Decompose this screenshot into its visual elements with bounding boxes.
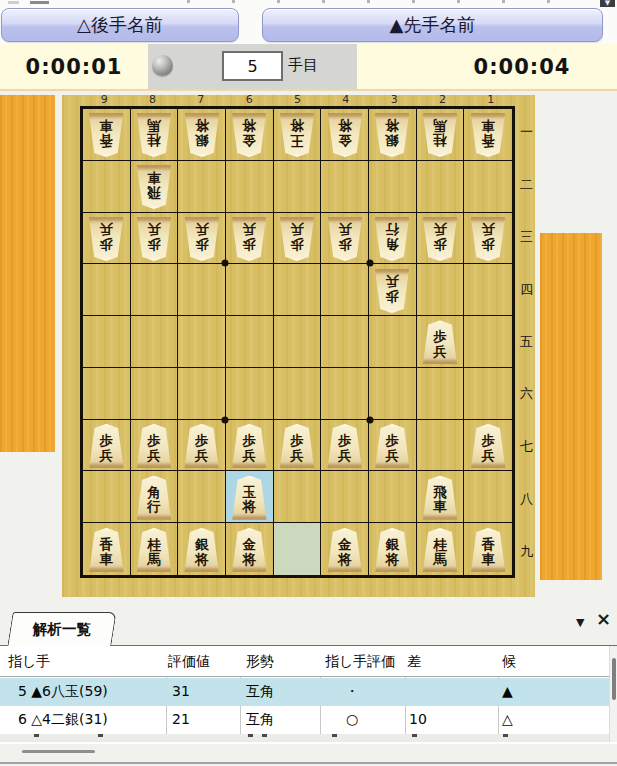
- piece-kanji: 歩兵: [290, 223, 304, 252]
- piece-kanji: 銀将: [386, 537, 400, 566]
- player-name-row: △後手名前 ▲先手名前: [0, 7, 617, 44]
- square-3一[interactable]: 銀将: [369, 109, 417, 161]
- square-9四[interactable]: [83, 264, 131, 316]
- sente-clock: 0:00:04: [357, 44, 617, 89]
- piece-gote-香車[interactable]: 香車: [469, 113, 507, 157]
- piece-kanji: 歩兵: [195, 223, 209, 252]
- piece-kanji: 歩兵: [433, 329, 447, 358]
- piece-kanji: 歩兵: [481, 433, 495, 462]
- square-9八[interactable]: [83, 471, 131, 523]
- square-4七[interactable]: 歩兵: [321, 420, 369, 472]
- file-label-6: 6: [225, 93, 273, 106]
- piece-kanji: 金将: [243, 537, 257, 566]
- piece-kanji: 銀将: [386, 119, 400, 148]
- square-5七[interactable]: 歩兵: [274, 420, 322, 472]
- piece-kanji: 歩兵: [147, 223, 161, 252]
- square-4三[interactable]: 歩兵: [321, 213, 369, 265]
- square-5五[interactable]: [274, 316, 322, 368]
- piece-kanji: 香車: [100, 119, 114, 148]
- square-3七[interactable]: 歩兵: [369, 420, 417, 472]
- piece-kanji: 飛車: [147, 171, 161, 200]
- piece-sente-歩兵[interactable]: 歩兵: [469, 424, 507, 468]
- tab-analysis-list[interactable]: 解析一覧: [7, 612, 116, 646]
- square-1九[interactable]: 香車: [464, 523, 512, 575]
- cell-eval: 31: [172, 683, 190, 699]
- piece-kanji: 金将: [243, 119, 257, 148]
- square-5一[interactable]: 王将: [274, 109, 322, 161]
- square-5九[interactable]: [274, 523, 322, 575]
- square-2九[interactable]: 桂馬: [417, 523, 465, 575]
- piece-sente-角行[interactable]: 角行: [135, 476, 173, 520]
- cell-move: 6 △4二銀(31): [18, 711, 108, 729]
- square-5二[interactable]: [274, 161, 322, 213]
- square-8九[interactable]: 桂馬: [131, 523, 179, 575]
- tab-label: 解析一覧: [33, 620, 91, 639]
- piece-sente-桂馬[interactable]: 桂馬: [421, 528, 459, 572]
- square-2八[interactable]: 飛車: [417, 471, 465, 523]
- move-number-input[interactable]: [222, 51, 283, 81]
- square-5四[interactable]: [274, 264, 322, 316]
- piece-kanji: 歩兵: [243, 433, 257, 462]
- close-panel-icon[interactable]: ×: [596, 609, 611, 629]
- star-point: [222, 260, 229, 267]
- rank-labels: 一二三四五六七八九: [518, 106, 535, 578]
- rank-label: 七: [518, 421, 535, 473]
- square-2二[interactable]: [417, 161, 465, 213]
- square-7一[interactable]: 銀将: [178, 109, 226, 161]
- file-labels: 987654321: [80, 93, 515, 106]
- cell-cand: ▲: [502, 683, 513, 699]
- file-label-9: 9: [80, 93, 128, 106]
- square-8六[interactable]: [131, 368, 179, 420]
- cell-move: 5 ▲6八玉(59): [18, 683, 108, 701]
- toolbar-button-edges: [145, 0, 590, 3]
- square-6六[interactable]: [226, 368, 274, 420]
- square-2六[interactable]: [417, 368, 465, 420]
- piece-kanji: 歩兵: [100, 223, 114, 252]
- piece-sente-歩兵[interactable]: 歩兵: [421, 320, 459, 364]
- toolbar-icon-fragment: [30, 1, 49, 4]
- square-8五[interactable]: [131, 316, 179, 368]
- toolbar-icon-fragment: [8, 1, 19, 4]
- piece-gote-歩兵[interactable]: 歩兵: [326, 217, 364, 261]
- piece-kanji: 桂馬: [147, 537, 161, 566]
- analysis-row[interactable]: 5 ▲6八玉(59)31互角・▲: [0, 678, 617, 706]
- square-6九[interactable]: 金将: [226, 523, 274, 575]
- cell-diff: 10: [409, 711, 427, 727]
- horizontal-scrollbar-thumb[interactable]: [22, 750, 95, 753]
- square-6二[interactable]: [226, 161, 274, 213]
- cell-move_eval: ・: [321, 683, 383, 701]
- piece-kanji: 銀将: [195, 119, 209, 148]
- piece-sente-歩兵[interactable]: 歩兵: [183, 424, 221, 468]
- shogi-app-window: ▼ △後手名前 ▲先手名前 0:00:01 手目 0:00:04 9876543…: [0, 0, 617, 766]
- square-9二[interactable]: [83, 161, 131, 213]
- file-label-2: 2: [418, 93, 466, 106]
- piece-kanji: 飛車: [433, 485, 447, 514]
- clipped-next-row: [0, 734, 609, 742]
- square-3五[interactable]: [369, 316, 417, 368]
- square-2三[interactable]: 歩兵: [417, 213, 465, 265]
- piece-gote-歩兵[interactable]: 歩兵: [183, 217, 221, 261]
- vertical-scrollbar-thumb[interactable]: [612, 658, 616, 700]
- square-6四[interactable]: [226, 264, 274, 316]
- square-7九[interactable]: 銀将: [178, 523, 226, 575]
- file-label-1: 1: [467, 93, 515, 106]
- piece-kanji: 歩兵: [433, 223, 447, 252]
- square-4九[interactable]: 金将: [321, 523, 369, 575]
- square-2五[interactable]: 歩兵: [417, 316, 465, 368]
- piece-sente-歩兵[interactable]: 歩兵: [278, 424, 316, 468]
- gote-captured-stand[interactable]: [0, 95, 55, 452]
- piece-sente-香車[interactable]: 香車: [469, 528, 507, 572]
- piece-kanji: 角行: [386, 223, 400, 252]
- vertical-scrollbar[interactable]: [609, 646, 617, 742]
- piece-kanji: 金将: [338, 119, 352, 148]
- piece-sente-歩兵[interactable]: 歩兵: [87, 424, 125, 468]
- piece-kanji: 歩兵: [147, 433, 161, 462]
- piece-sente-歩兵[interactable]: 歩兵: [373, 424, 411, 468]
- file-label-4: 4: [322, 93, 370, 106]
- piece-gote-金将[interactable]: 金将: [230, 113, 268, 157]
- square-1一[interactable]: 香車: [464, 109, 512, 161]
- square-9七[interactable]: 歩兵: [83, 420, 131, 472]
- piece-kanji: 金将: [338, 537, 352, 566]
- square-4四[interactable]: [321, 264, 369, 316]
- square-3八[interactable]: [369, 471, 417, 523]
- col-header-move-eval[interactable]: 指し手評価: [325, 653, 395, 671]
- piece-kanji: 歩兵: [386, 275, 400, 304]
- piece-kanji: 王将: [290, 119, 304, 148]
- horizontal-scrollbar[interactable]: [0, 744, 617, 760]
- file-label-5: 5: [273, 93, 321, 106]
- rank-label: 四: [518, 263, 535, 315]
- shogi-board: 香車桂馬銀将金将王将金将銀将桂馬香車飛車歩兵歩兵歩兵歩兵歩兵歩兵角行歩兵歩兵歩兵…: [80, 106, 515, 578]
- rank-label: 二: [518, 158, 535, 210]
- square-9三[interactable]: 歩兵: [83, 213, 131, 265]
- piece-gote-歩兵[interactable]: 歩兵: [469, 217, 507, 261]
- file-label-7: 7: [177, 93, 225, 106]
- piece-sente-金将[interactable]: 金将: [326, 528, 364, 572]
- toolbar-sliver: ▼: [0, 0, 617, 7]
- square-2一[interactable]: 桂馬: [417, 109, 465, 161]
- piece-sente-銀将[interactable]: 銀将: [373, 528, 411, 572]
- gote-clock: 0:00:01: [0, 44, 148, 89]
- piece-kanji: 桂馬: [433, 537, 447, 566]
- square-6一[interactable]: 金将: [226, 109, 274, 161]
- piece-gote-香車[interactable]: 香車: [87, 113, 125, 157]
- piece-kanji: 歩兵: [338, 433, 352, 462]
- file-label-8: 8: [128, 93, 176, 106]
- analysis-panel: 解析一覧 ▼ × 指し手 評価値 形勢 指し手評価 差 候 5 ▲6八玉(59)…: [0, 600, 617, 766]
- piece-sente-銀将[interactable]: 銀将: [183, 528, 221, 572]
- piece-gote-王将[interactable]: 王将: [278, 113, 316, 157]
- square-8八[interactable]: 角行: [131, 471, 179, 523]
- square-7六[interactable]: [178, 368, 226, 420]
- piece-kanji: 歩兵: [338, 223, 352, 252]
- clock-row: 0:00:01 手目 0:00:04: [0, 44, 617, 89]
- rank-label: 五: [518, 316, 535, 368]
- sente-captured-stand[interactable]: [540, 233, 602, 580]
- piece-gote-角行[interactable]: 角行: [373, 217, 411, 261]
- square-5三[interactable]: 歩兵: [274, 213, 322, 265]
- piece-kanji: 玉将: [243, 485, 257, 514]
- square-9五[interactable]: [83, 316, 131, 368]
- square-4二[interactable]: [321, 161, 369, 213]
- col-header-shape[interactable]: 形勢: [246, 653, 274, 671]
- square-3二[interactable]: [369, 161, 417, 213]
- piece-sente-歩兵[interactable]: 歩兵: [230, 424, 268, 468]
- chevron-down-icon[interactable]: ▼: [600, 0, 615, 7]
- rank-label: 三: [518, 211, 535, 263]
- square-1二[interactable]: [464, 161, 512, 213]
- square-8三[interactable]: 歩兵: [131, 213, 179, 265]
- square-9九[interactable]: 香車: [83, 523, 131, 575]
- square-7八[interactable]: [178, 471, 226, 523]
- star-point: [367, 417, 374, 424]
- square-7三[interactable]: 歩兵: [178, 213, 226, 265]
- piece-kanji: 歩兵: [243, 223, 257, 252]
- rank-label: 八: [518, 473, 535, 525]
- piece-gote-歩兵[interactable]: 歩兵: [230, 217, 268, 261]
- cell-shape: 互角: [246, 711, 274, 729]
- divider: [0, 762, 617, 764]
- cell-move_eval: ○: [321, 711, 383, 727]
- piece-kanji: 歩兵: [481, 223, 495, 252]
- square-6五[interactable]: [226, 316, 274, 368]
- star-point: [222, 417, 229, 424]
- square-1七[interactable]: 歩兵: [464, 420, 512, 472]
- piece-gote-歩兵[interactable]: 歩兵: [278, 217, 316, 261]
- piece-kanji: 香車: [100, 537, 114, 566]
- square-5八[interactable]: [274, 471, 322, 523]
- piece-kanji: 香車: [481, 119, 495, 148]
- piece-sente-香車[interactable]: 香車: [87, 528, 125, 572]
- square-1六[interactable]: [464, 368, 512, 420]
- sente-name-button[interactable]: ▲先手名前: [262, 8, 603, 42]
- rank-label: 六: [518, 368, 535, 420]
- piece-gote-金将[interactable]: 金将: [326, 113, 364, 157]
- file-label-3: 3: [370, 93, 418, 106]
- piece-gote-銀将[interactable]: 銀将: [373, 113, 411, 157]
- square-1五[interactable]: [464, 316, 512, 368]
- square-8七[interactable]: 歩兵: [131, 420, 179, 472]
- square-4五[interactable]: [321, 316, 369, 368]
- gote-name-button[interactable]: △後手名前: [1, 8, 239, 42]
- square-7四[interactable]: [178, 264, 226, 316]
- collapse-panel-icon[interactable]: ▼: [576, 617, 584, 629]
- piece-kanji: 歩兵: [290, 433, 304, 462]
- square-1八[interactable]: [464, 471, 512, 523]
- table-header: 指し手 評価値 形勢 指し手評価 差 候: [0, 646, 617, 677]
- piece-kanji: 歩兵: [386, 433, 400, 462]
- square-7二[interactable]: [178, 161, 226, 213]
- piece-kanji: 桂馬: [147, 119, 161, 148]
- square-5六[interactable]: [274, 368, 322, 420]
- square-4一[interactable]: 金将: [321, 109, 369, 161]
- square-1三[interactable]: 歩兵: [464, 213, 512, 265]
- rank-label: 一: [518, 106, 535, 158]
- square-8二[interactable]: 飛車: [131, 161, 179, 213]
- square-8一[interactable]: 桂馬: [131, 109, 179, 161]
- piece-kanji: 銀将: [195, 537, 209, 566]
- square-9一[interactable]: 香車: [83, 109, 131, 161]
- square-6三[interactable]: 歩兵: [226, 213, 274, 265]
- piece-gote-歩兵[interactable]: 歩兵: [87, 217, 125, 261]
- divider: [0, 89, 617, 91]
- piece-gote-銀将[interactable]: 銀将: [183, 113, 221, 157]
- piece-gote-桂馬[interactable]: 桂馬: [421, 113, 459, 157]
- piece-sente-桂馬[interactable]: 桂馬: [135, 528, 173, 572]
- analysis-row[interactable]: 6 △4二銀(31)21互角○10△: [0, 706, 617, 734]
- square-3九[interactable]: 銀将: [369, 523, 417, 575]
- square-7五[interactable]: [178, 316, 226, 368]
- piece-sente-玉将[interactable]: 玉将: [230, 476, 268, 520]
- col-header-move[interactable]: 指し手: [8, 653, 50, 671]
- col-header-diff[interactable]: 差: [407, 653, 421, 671]
- piece-gote-歩兵[interactable]: 歩兵: [373, 269, 411, 313]
- square-3三[interactable]: 角行: [369, 213, 417, 265]
- cell-shape: 互角: [246, 683, 274, 701]
- col-header-candidate[interactable]: 候: [502, 653, 516, 671]
- square-2四[interactable]: [417, 264, 465, 316]
- col-header-eval[interactable]: 評価値: [168, 653, 210, 671]
- square-3六[interactable]: [369, 368, 417, 420]
- square-4六[interactable]: [321, 368, 369, 420]
- cell-eval: 21: [172, 711, 190, 727]
- piece-sente-飛車[interactable]: 飛車: [421, 476, 459, 520]
- square-1四[interactable]: [464, 264, 512, 316]
- piece-kanji: 歩兵: [195, 433, 209, 462]
- piece-kanji: 歩兵: [100, 433, 114, 462]
- cell-cand: △: [502, 711, 513, 727]
- square-8四[interactable]: [131, 264, 179, 316]
- piece-sente-歩兵[interactable]: 歩兵: [326, 424, 364, 468]
- rank-label: 九: [518, 526, 535, 578]
- turn-indicator-orb: [152, 55, 173, 76]
- square-3四[interactable]: 歩兵: [369, 264, 417, 316]
- piece-gote-歩兵[interactable]: 歩兵: [421, 217, 459, 261]
- piece-gote-歩兵[interactable]: 歩兵: [135, 217, 173, 261]
- square-4八[interactable]: [321, 471, 369, 523]
- square-9六[interactable]: [83, 368, 131, 420]
- piece-kanji: 角行: [147, 485, 161, 514]
- piece-kanji: 香車: [481, 537, 495, 566]
- square-2七[interactable]: [417, 420, 465, 472]
- move-number-label: 手目: [288, 56, 318, 75]
- analysis-table: 指し手 評価値 形勢 指し手評価 差 候 5 ▲6八玉(59)31互角・▲6 △…: [0, 646, 617, 744]
- star-point: [367, 260, 374, 267]
- piece-kanji: 桂馬: [433, 119, 447, 148]
- square-6八[interactable]: 玉将: [226, 471, 274, 523]
- piece-gote-桂馬[interactable]: 桂馬: [135, 113, 173, 157]
- piece-sente-金将[interactable]: 金将: [230, 528, 268, 572]
- piece-gote-飛車[interactable]: 飛車: [135, 165, 173, 209]
- piece-sente-歩兵[interactable]: 歩兵: [135, 424, 173, 468]
- square-6七[interactable]: 歩兵: [226, 420, 274, 472]
- square-7七[interactable]: 歩兵: [178, 420, 226, 472]
